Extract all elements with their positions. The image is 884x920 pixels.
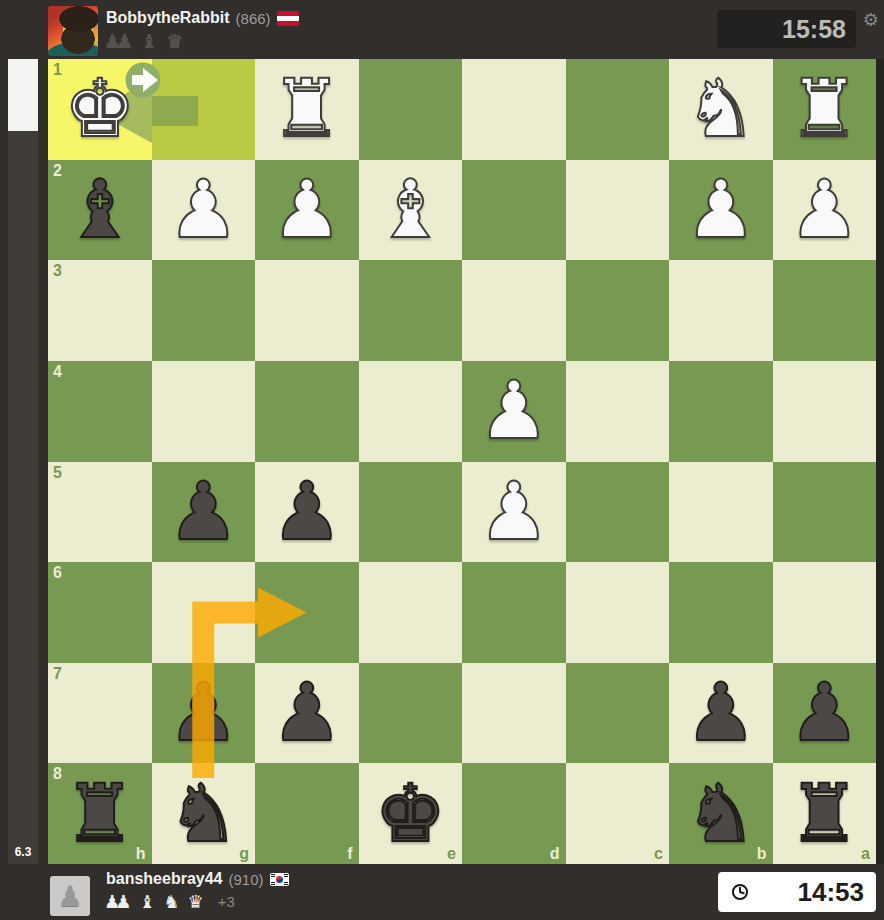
rank-label-4: 4: [53, 363, 62, 381]
rank-label-6: 6: [53, 564, 62, 582]
top-player-rating: (866): [236, 10, 271, 27]
square-b5[interactable]: [669, 462, 773, 563]
piece-wP-f2[interactable]: ♟: [255, 160, 359, 261]
piece-bP-g7[interactable]: ♟: [152, 663, 256, 764]
bottom-player-bar: ♟ bansheebray44 (910) ♟♟♝♞♛+3 14:53: [0, 864, 884, 920]
piece-wR-f1[interactable]: ♜: [255, 59, 359, 160]
square-f4[interactable]: [255, 361, 359, 462]
clock-icon: [730, 882, 750, 902]
square-g3[interactable]: [152, 260, 256, 361]
square-e1[interactable]: [359, 59, 463, 160]
square-c4[interactable]: [566, 361, 670, 462]
square-e3[interactable]: [359, 260, 463, 361]
evaluation-bar: 6.3: [8, 59, 38, 864]
top-captured-pieces: ♟♟♝♛: [104, 30, 191, 52]
captured-piece-icon: ♛: [188, 891, 205, 912]
square-b3[interactable]: [669, 260, 773, 361]
piece-wN-b1[interactable]: ♞: [669, 59, 773, 160]
piece-wP-d4[interactable]: ♟: [462, 361, 566, 462]
piece-wP-b2[interactable]: ♟: [669, 160, 773, 261]
square-e4[interactable]: [359, 361, 463, 462]
piece-bN-g8[interactable]: ♞: [152, 763, 256, 864]
rank-label-5: 5: [53, 464, 62, 482]
bottom-player-clock: 14:53: [718, 872, 876, 912]
square-f6[interactable]: [255, 562, 359, 663]
captured-piece-icon: ♟: [115, 891, 132, 912]
square-c7[interactable]: [566, 663, 670, 764]
evaluation-score: 6.3: [8, 845, 38, 859]
square-h4[interactable]: 4: [48, 361, 152, 462]
top-clock-time: 15:58: [782, 15, 846, 44]
bottom-player-avatar[interactable]: ♟: [50, 876, 90, 916]
piece-wR-a1[interactable]: ♜: [773, 59, 877, 160]
square-a5[interactable]: [773, 462, 877, 563]
chess-app: BobbytheRabbit (866) ♟♟♝♛ 15:58 ⚙ 6.3 12…: [0, 0, 884, 920]
square-g4[interactable]: [152, 361, 256, 462]
square-d3[interactable]: [462, 260, 566, 361]
material-advantage: +3: [218, 893, 235, 910]
evaluation-bar-white-section: [8, 59, 38, 131]
rank-label-7: 7: [53, 665, 62, 683]
piece-bP-g5[interactable]: ♟: [152, 462, 256, 563]
bottom-player-name[interactable]: bansheebray44: [106, 870, 223, 888]
square-h5[interactable]: 5: [48, 462, 152, 563]
square-c8[interactable]: c: [566, 763, 670, 864]
austria-flag-icon: [277, 11, 299, 26]
piece-bP-b7[interactable]: ♟: [669, 663, 773, 764]
square-b6[interactable]: [669, 562, 773, 663]
piece-wB-e2[interactable]: ♝: [359, 160, 463, 261]
square-c3[interactable]: [566, 260, 670, 361]
piece-wK-h1[interactable]: ♚: [48, 59, 152, 160]
captured-piece-icon: ♟: [116, 30, 134, 52]
square-d7[interactable]: [462, 663, 566, 764]
top-player-name[interactable]: BobbytheRabbit: [106, 9, 230, 27]
square-b4[interactable]: [669, 361, 773, 462]
square-a3[interactable]: [773, 260, 877, 361]
rank-label-3: 3: [53, 262, 62, 280]
square-h3[interactable]: 3: [48, 260, 152, 361]
piece-wP-g2[interactable]: ♟: [152, 160, 256, 261]
square-c5[interactable]: [566, 462, 670, 563]
captured-piece-icon: ♝: [141, 30, 159, 52]
square-e7[interactable]: [359, 663, 463, 764]
captured-piece-icon: ♞: [163, 891, 180, 912]
piece-wP-d5[interactable]: ♟: [462, 462, 566, 563]
square-f3[interactable]: [255, 260, 359, 361]
square-c2[interactable]: [566, 160, 670, 261]
square-g1[interactable]: [152, 59, 256, 160]
square-f8[interactable]: f: [255, 763, 359, 864]
piece-wP-a2[interactable]: ♟: [773, 160, 877, 261]
top-player-bar: BobbytheRabbit (866) ♟♟♝♛ 15:58 ⚙: [0, 0, 884, 59]
square-a6[interactable]: [773, 562, 877, 663]
piece-bP-f5[interactable]: ♟: [255, 462, 359, 563]
square-e5[interactable]: [359, 462, 463, 563]
square-h7[interactable]: 7: [48, 663, 152, 764]
square-e6[interactable]: [359, 562, 463, 663]
piece-bP-f7[interactable]: ♟: [255, 663, 359, 764]
square-d6[interactable]: [462, 562, 566, 663]
bottom-captured-pieces: ♟♟♝♞♛+3: [104, 891, 235, 912]
chess-board: 12345678hgfedcba ♚♜♞♜♝♟♟♝♟♟♟♟♟♟♟♟♟♟♜♞♚♞♜: [48, 59, 876, 864]
bottom-player-rating: (910): [229, 871, 264, 888]
square-c1[interactable]: [566, 59, 670, 160]
piece-bR-h8[interactable]: ♜: [48, 763, 152, 864]
square-h6[interactable]: 6: [48, 562, 152, 663]
file-label-f: f: [347, 845, 352, 863]
piece-bR-a8[interactable]: ♜: [773, 763, 877, 864]
square-c6[interactable]: [566, 562, 670, 663]
square-d2[interactable]: [462, 160, 566, 261]
top-player-avatar[interactable]: [48, 6, 98, 56]
square-d8[interactable]: d: [462, 763, 566, 864]
captured-piece-icon: ♛: [166, 30, 184, 52]
square-d1[interactable]: [462, 59, 566, 160]
square-g6[interactable]: [152, 562, 256, 663]
default-pawn-avatar-icon: ♟: [57, 880, 82, 913]
bottom-clock-time: 14:53: [798, 877, 865, 908]
captured-piece-icon: ♝: [139, 891, 156, 912]
piece-bN-b8[interactable]: ♞: [669, 763, 773, 864]
piece-bK-e8[interactable]: ♚: [359, 763, 463, 864]
board-right-gutter: [876, 59, 884, 864]
piece-bP-a7[interactable]: ♟: [773, 663, 877, 764]
file-label-d: d: [550, 845, 560, 863]
top-player-clock: 15:58: [717, 10, 856, 48]
square-a4[interactable]: [773, 361, 877, 462]
south-korea-flag-icon: [270, 873, 289, 886]
piece-bB-h2[interactable]: ♝: [48, 160, 152, 261]
settings-gear-icon[interactable]: ⚙: [863, 9, 879, 30]
file-label-c: c: [654, 845, 663, 863]
